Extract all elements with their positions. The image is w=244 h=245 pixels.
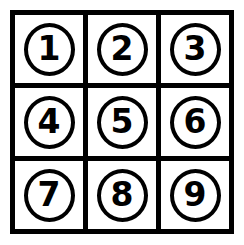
circled-number-1: 1 — [24, 23, 75, 76]
circled-number-7: 7 — [24, 169, 75, 222]
cell-r1c3[interactable]: 3 — [161, 15, 229, 83]
circled-number-6: 6 — [170, 96, 221, 149]
circled-number-9: 9 — [170, 169, 221, 222]
cell-r1c2[interactable]: 2 — [88, 15, 156, 83]
cell-r3c3[interactable]: 9 — [161, 161, 229, 229]
cell-r2c3[interactable]: 6 — [161, 88, 229, 156]
cell-r3c1[interactable]: 7 — [15, 161, 83, 229]
circled-number-4: 4 — [24, 96, 75, 149]
cell-r2c2[interactable]: 5 — [88, 88, 156, 156]
cell-r1c1[interactable]: 1 — [15, 15, 83, 83]
circled-number-8: 8 — [97, 169, 148, 222]
cell-r3c2[interactable]: 8 — [88, 161, 156, 229]
circled-number-5: 5 — [97, 96, 148, 149]
cell-r2c1[interactable]: 4 — [15, 88, 83, 156]
number-grid-board: 123456789 — [10, 10, 234, 234]
circled-number-3: 3 — [170, 23, 221, 76]
circled-number-2: 2 — [97, 23, 148, 76]
